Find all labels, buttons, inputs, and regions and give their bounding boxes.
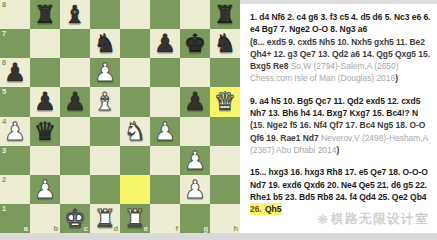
piece-white-queen[interactable]: ♛ [214, 87, 236, 116]
square-h7[interactable]: ♞ [210, 29, 240, 58]
current-move-highlight[interactable]: Qh5 [264, 203, 282, 215]
chess-board[interactable]: 8♜♝♜7♞♟♚♞6♟♟5♟♟♝♟♛4♟♛♞♟3♟2♟♟1abc♚d♜e♜fgh [0, 0, 240, 233]
square-a6[interactable]: 6♟ [0, 58, 30, 87]
square-g6[interactable] [180, 58, 210, 87]
square-d5[interactable]: ♝ [90, 87, 120, 116]
current-move-highlight[interactable]: 26. [250, 203, 264, 215]
square-b8[interactable]: ♜ [30, 0, 60, 29]
square-e3[interactable] [120, 146, 150, 175]
square-a2[interactable]: 2 [0, 175, 30, 204]
square-f4[interactable]: ♟ [150, 117, 180, 146]
square-f6[interactable] [150, 58, 180, 87]
square-e6[interactable] [120, 58, 150, 87]
square-e4[interactable]: ♞ [120, 117, 150, 146]
square-g5[interactable]: ♟ [180, 87, 210, 116]
file-label-c: c [84, 225, 88, 233]
square-f2[interactable] [150, 175, 180, 204]
square-h2[interactable] [210, 175, 240, 204]
rank-label-4: 4 [2, 118, 6, 126]
piece-white-rook[interactable]: ♜ [124, 204, 146, 233]
bottom-border [0, 233, 437, 240]
square-e8[interactable] [120, 0, 150, 29]
file-label-d: d [113, 225, 118, 233]
square-b2[interactable]: ♟ [30, 175, 60, 204]
square-c3[interactable] [60, 146, 90, 175]
square-c8[interactable]: ♝ [60, 0, 90, 29]
piece-black-pawn[interactable]: ♟ [34, 87, 56, 116]
square-a4[interactable]: 4♟ [0, 117, 30, 146]
square-a3[interactable]: 3 [0, 146, 30, 175]
square-e2[interactable] [120, 175, 150, 204]
piece-black-rook[interactable]: ♜ [34, 0, 56, 29]
square-c6[interactable] [60, 58, 90, 87]
square-g1[interactable]: g [180, 204, 210, 233]
chessbase-window: 8♜♝♜7♞♟♚♞6♟♟5♟♟♝♟♛4♟♛♞♟3♟2♟♟1abc♚d♜e♜fgh… [0, 0, 437, 240]
rank-label-1: 1 [2, 205, 6, 213]
square-b1[interactable]: b [30, 204, 60, 233]
piece-white-king[interactable]: ♚ [64, 204, 86, 233]
square-f8[interactable] [150, 0, 180, 29]
rank-label-2: 2 [2, 176, 6, 184]
square-f3[interactable] [150, 146, 180, 175]
square-b7[interactable] [30, 29, 60, 58]
square-d4[interactable] [90, 117, 120, 146]
square-e7[interactable] [120, 29, 150, 58]
square-a7[interactable]: 7 [0, 29, 30, 58]
watermark: ❊ 棋路无限设计室 [317, 211, 429, 228]
square-h4[interactable] [210, 117, 240, 146]
piece-white-pawn[interactable]: ♟ [154, 117, 176, 146]
square-h5[interactable]: ♛ [210, 87, 240, 116]
square-b5[interactable]: ♟ [30, 87, 60, 116]
file-label-g: g [203, 225, 208, 233]
square-g3[interactable]: ♟ [180, 146, 210, 175]
square-c1[interactable]: c♚ [60, 204, 90, 233]
square-e1[interactable]: e♜ [120, 204, 150, 233]
square-h6[interactable] [210, 58, 240, 87]
square-c2[interactable] [60, 175, 90, 204]
moves-paragraph-2: (8... exd5 9. cxd5 Nh5 10. Nxh5 gxh5 11.… [250, 36, 431, 85]
moves-paragraph-5: 15... hxg3 16. hxg3 Rh8 17. e5 Qe7 18. O… [250, 166, 431, 215]
square-d8[interactable] [90, 0, 120, 29]
moves-paragraph-1: 1. d4 Nf6 2. c4 g6 3. f3 c5 4. d5 d6 5. … [250, 11, 431, 36]
watermark-text: 棋路无限设计室 [331, 211, 429, 228]
square-g4[interactable] [180, 117, 210, 146]
square-g7[interactable]: ♚ [180, 29, 210, 58]
move-text[interactable]: ) [336, 145, 339, 155]
piece-black-knight[interactable]: ♞ [214, 29, 236, 58]
move-text[interactable]: 15... hxg3 16. hxg3 Rh8 17. e5 Qe7 18. O… [250, 167, 428, 202]
piece-white-pawn[interactable]: ♟ [34, 175, 56, 204]
square-b3[interactable] [30, 146, 60, 175]
moves-paragraph-3: 9. a4 h5 10. Bg5 Qc7 11. Qd2 exd5 12. cx… [250, 95, 431, 120]
watermark-logo-icon: ❊ [317, 212, 328, 227]
piece-black-rook[interactable]: ♜ [214, 0, 236, 29]
file-label-h: h [233, 225, 238, 233]
square-b4[interactable]: ♛ [30, 117, 60, 146]
piece-black-king[interactable]: ♚ [184, 29, 206, 58]
piece-white-bishop[interactable]: ♝ [94, 87, 116, 116]
file-label-e: e [144, 225, 148, 233]
square-d1[interactable]: d♜ [90, 204, 120, 233]
move-text[interactable]: 9. a4 h5 10. Bg5 Qc7 11. Qd2 exd5 12. cx… [250, 96, 420, 118]
square-e5[interactable] [120, 87, 150, 116]
moves-paragraph-4: (15. Nge2 f5 16. Nf4 Qf7 17. Bc4 Ng5 18.… [250, 119, 431, 156]
move-text[interactable]: ) [395, 73, 398, 83]
rank-label-6: 6 [2, 59, 6, 67]
piece-white-knight[interactable]: ♞ [124, 117, 146, 146]
rank-label-5: 5 [2, 88, 6, 96]
piece-white-pawn[interactable]: ♟ [184, 146, 206, 175]
piece-white-pawn[interactable]: ♟ [184, 175, 206, 204]
rank-label-8: 8 [2, 1, 6, 9]
piece-black-knight[interactable]: ♞ [94, 29, 116, 58]
square-d7[interactable]: ♞ [90, 29, 120, 58]
square-c4[interactable] [60, 117, 90, 146]
piece-black-pawn[interactable]: ♟ [4, 58, 26, 87]
square-h1[interactable]: h [210, 204, 240, 233]
square-f5[interactable] [150, 87, 180, 116]
piece-black-queen[interactable]: ♛ [34, 117, 56, 146]
square-a5[interactable]: 5 [0, 87, 30, 116]
square-d3[interactable] [90, 146, 120, 175]
notation-panel[interactable]: 1. d4 Nf6 2. c4 g6 3. f3 c5 4. d5 d6 5. … [240, 0, 437, 233]
file-label-f: f [176, 225, 179, 233]
square-d6[interactable]: ♟ [90, 58, 120, 87]
square-a1[interactable]: 1a [0, 204, 30, 233]
square-g2[interactable]: ♟ [180, 175, 210, 204]
piece-black-bishop[interactable]: ♝ [64, 0, 86, 29]
rank-label-7: 7 [2, 30, 6, 38]
square-c5[interactable]: ♟ [60, 87, 90, 116]
rank-label-3: 3 [2, 147, 6, 155]
square-c7[interactable] [60, 29, 90, 58]
square-f1[interactable]: f [150, 204, 180, 233]
square-h8[interactable]: ♜ [210, 0, 240, 29]
piece-white-pawn[interactable]: ♟ [4, 117, 26, 146]
file-label-a: a [24, 225, 28, 233]
square-a8[interactable]: 8 [0, 0, 30, 29]
piece-black-pawn[interactable]: ♟ [184, 87, 206, 116]
move-text[interactable]: 1. d4 Nf6 2. c4 g6 3. f3 c5 4. d5 d6 5. … [250, 12, 430, 34]
square-f7[interactable]: ♟ [150, 29, 180, 58]
piece-white-pawn[interactable]: ♟ [94, 58, 116, 87]
piece-black-pawn[interactable]: ♟ [64, 87, 86, 116]
square-d2[interactable] [90, 175, 120, 204]
file-label-b: b [53, 225, 58, 233]
square-h3[interactable] [210, 146, 240, 175]
piece-black-pawn[interactable]: ♟ [154, 29, 176, 58]
square-g8[interactable] [180, 0, 210, 29]
square-b6[interactable] [30, 58, 60, 87]
